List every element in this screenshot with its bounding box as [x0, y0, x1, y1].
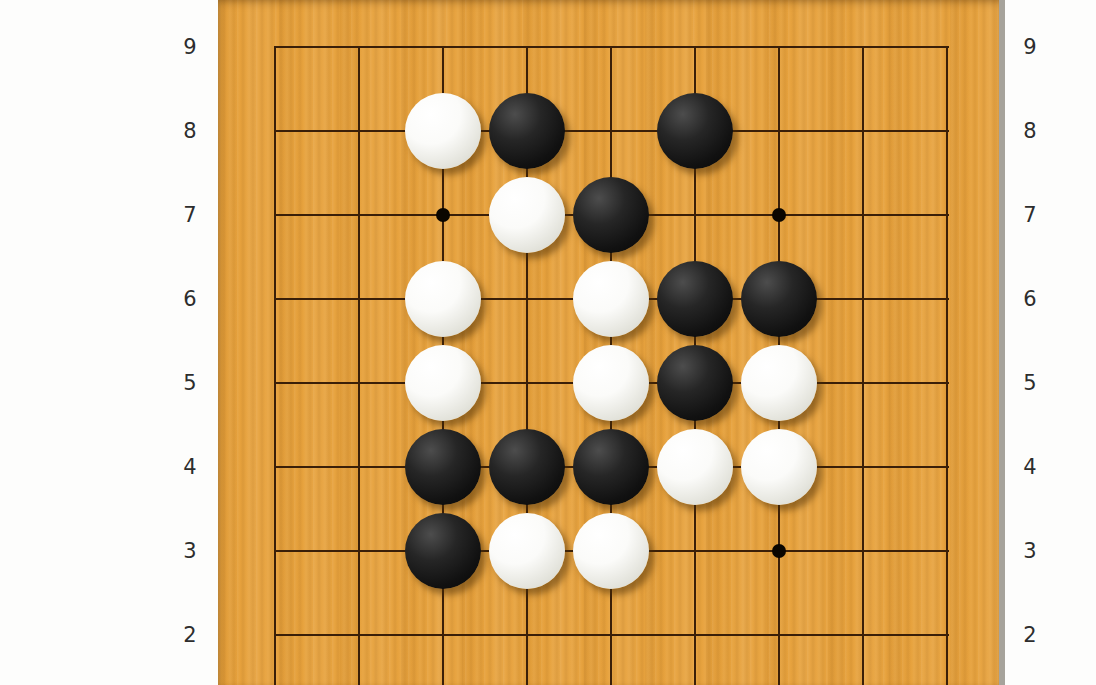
black-stone-c4-r8[interactable] [489, 93, 565, 169]
black-stone-c7-r6[interactable] [741, 261, 817, 337]
row-label-left-8: 8 [168, 119, 212, 143]
row-label-left-9: 9 [168, 35, 212, 59]
white-stone-c3-r6[interactable] [405, 261, 481, 337]
white-stone-c7-r5[interactable] [741, 345, 817, 421]
row-label-right-7: 7 [1008, 203, 1052, 227]
go-app-screen: 9988776655443322 [0, 0, 1096, 685]
row-label-right-2: 2 [1008, 623, 1052, 647]
row-label-left-6: 6 [168, 287, 212, 311]
white-stone-c7-r4[interactable] [741, 429, 817, 505]
black-stone-c4-r4[interactable] [489, 429, 565, 505]
black-stone-c6-r5[interactable] [657, 345, 733, 421]
row-label-right-5: 5 [1008, 371, 1052, 395]
white-stone-c4-r7[interactable] [489, 177, 565, 253]
row-label-right-6: 6 [1008, 287, 1052, 311]
white-stone-c5-r5[interactable] [573, 345, 649, 421]
row-label-right-4: 4 [1008, 455, 1052, 479]
row-label-left-7: 7 [168, 203, 212, 227]
row-label-left-3: 3 [168, 539, 212, 563]
black-stone-c5-r7[interactable] [573, 177, 649, 253]
white-stone-c6-r4[interactable] [657, 429, 733, 505]
black-stone-c6-r6[interactable] [657, 261, 733, 337]
black-stone-c3-r3[interactable] [405, 513, 481, 589]
white-stone-c3-r8[interactable] [405, 93, 481, 169]
row-label-right-9: 9 [1008, 35, 1052, 59]
grid-vline-col-9 [946, 46, 948, 685]
white-stone-c5-r3[interactable] [573, 513, 649, 589]
go-board[interactable] [218, 0, 1005, 685]
star-point-7-7 [772, 208, 786, 222]
black-stone-c5-r4[interactable] [573, 429, 649, 505]
white-stone-c3-r5[interactable] [405, 345, 481, 421]
white-stone-c4-r3[interactable] [489, 513, 565, 589]
star-point-7-3 [772, 544, 786, 558]
row-label-right-3: 3 [1008, 539, 1052, 563]
row-label-left-5: 5 [168, 371, 212, 395]
grid-vline-col-2 [358, 46, 360, 685]
black-stone-c6-r8[interactable] [657, 93, 733, 169]
grid-vline-col-1 [274, 46, 276, 685]
star-point-3-7 [436, 208, 450, 222]
row-label-left-4: 4 [168, 455, 212, 479]
black-stone-c3-r4[interactable] [405, 429, 481, 505]
row-label-left-2: 2 [168, 623, 212, 647]
white-stone-c5-r6[interactable] [573, 261, 649, 337]
row-label-right-8: 8 [1008, 119, 1052, 143]
grid-vline-col-8 [862, 46, 864, 685]
